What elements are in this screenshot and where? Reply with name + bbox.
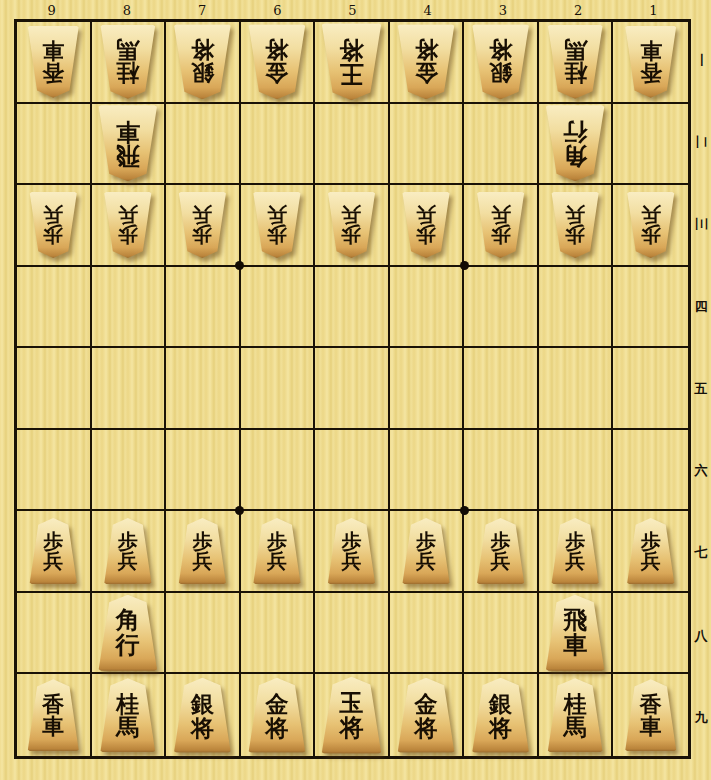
cell-5-1[interactable]: 王将 bbox=[315, 22, 390, 104]
koma-shape: 金将 bbox=[396, 24, 456, 99]
koma-kanji: 歩兵 bbox=[267, 531, 287, 572]
cell-3-5[interactable] bbox=[464, 348, 539, 430]
koma-kanji: 歩兵 bbox=[416, 531, 436, 572]
piece-gote-lance[interactable]: 香車 bbox=[624, 26, 678, 98]
file-label-2: 2 bbox=[541, 0, 616, 19]
koma-shape: 角行 bbox=[97, 595, 159, 671]
koma-kanji: 金将 bbox=[265, 38, 288, 85]
shogi-board-window: 987654321 一二三四五六七八九 香車桂馬銀将金将王将金将銀将桂馬香車飛車… bbox=[0, 0, 711, 780]
cell-7-5[interactable] bbox=[166, 348, 241, 430]
cell-9-8[interactable] bbox=[17, 593, 92, 675]
koma-kanji: 歩兵 bbox=[118, 204, 138, 245]
cell-5-6[interactable] bbox=[315, 430, 390, 512]
cell-8-6[interactable] bbox=[92, 430, 167, 512]
koma-kanji: 歩兵 bbox=[416, 204, 436, 245]
cell-3-9[interactable]: 銀将 bbox=[464, 674, 539, 756]
koma-shape: 金将 bbox=[396, 678, 456, 753]
cell-6-2[interactable] bbox=[241, 104, 316, 186]
koma-kanji: 歩兵 bbox=[341, 531, 361, 572]
file-label-9: 9 bbox=[14, 0, 89, 19]
koma-kanji: 歩兵 bbox=[267, 204, 287, 245]
piece-gote-pawn[interactable]: 歩兵 bbox=[476, 192, 526, 258]
cell-3-6[interactable] bbox=[464, 430, 539, 512]
rank-labels: 一二三四五六七八九 bbox=[691, 19, 711, 759]
cell-7-6[interactable] bbox=[166, 430, 241, 512]
koma-shape: 香車 bbox=[624, 679, 678, 751]
cell-6-3[interactable]: 歩兵 bbox=[241, 185, 316, 267]
koma-shape: 銀将 bbox=[471, 24, 531, 99]
file-label-1: 1 bbox=[616, 0, 691, 19]
cell-3-7[interactable]: 歩兵 bbox=[464, 511, 539, 593]
shogi-board: 香車桂馬銀将金将王将金将銀将桂馬香車飛車角行歩兵歩兵歩兵歩兵歩兵歩兵歩兵歩兵歩兵… bbox=[14, 19, 691, 759]
piece-gote-gold[interactable]: 金将 bbox=[396, 24, 456, 99]
piece-gote-gold[interactable]: 金将 bbox=[247, 24, 307, 99]
koma-shape: 銀将 bbox=[172, 678, 232, 753]
piece-sente-bishop[interactable]: 角行 bbox=[97, 595, 159, 671]
piece-gote-knight[interactable]: 桂馬 bbox=[546, 25, 604, 99]
koma-kanji: 歩兵 bbox=[192, 531, 212, 572]
piece-gote-silver[interactable]: 銀将 bbox=[471, 24, 531, 99]
piece-gote-pawn[interactable]: 歩兵 bbox=[550, 192, 600, 258]
koma-kanji: 歩兵 bbox=[43, 204, 63, 245]
koma-shape: 歩兵 bbox=[252, 192, 302, 258]
koma-shape: 銀将 bbox=[172, 24, 232, 99]
cell-1-7[interactable]: 歩兵 bbox=[613, 511, 688, 593]
koma-shape: 歩兵 bbox=[550, 192, 600, 258]
piece-gote-pawn[interactable]: 歩兵 bbox=[103, 192, 153, 258]
koma-kanji: 銀将 bbox=[191, 38, 214, 85]
koma-shape: 金将 bbox=[247, 678, 307, 753]
koma-kanji: 桂馬 bbox=[564, 38, 587, 85]
koma-kanji: 銀将 bbox=[489, 692, 512, 739]
koma-kanji: 歩兵 bbox=[491, 204, 511, 245]
file-label-7: 7 bbox=[164, 0, 239, 19]
cell-7-1[interactable]: 銀将 bbox=[166, 22, 241, 104]
koma-shape: 香車 bbox=[624, 26, 678, 98]
cell-2-5[interactable] bbox=[539, 348, 614, 430]
cell-4-3[interactable]: 歩兵 bbox=[390, 185, 465, 267]
cell-5-5[interactable] bbox=[315, 348, 390, 430]
hoshi-dot bbox=[460, 261, 469, 270]
cell-7-9[interactable]: 銀将 bbox=[166, 674, 241, 756]
koma-shape: 歩兵 bbox=[28, 518, 78, 584]
cell-5-4[interactable] bbox=[315, 267, 390, 349]
cell-8-5[interactable] bbox=[92, 348, 167, 430]
rank-label-6: 六 bbox=[691, 430, 711, 512]
piece-sente-silver[interactable]: 銀将 bbox=[172, 678, 232, 753]
cell-5-9[interactable]: 玉将 bbox=[315, 674, 390, 756]
piece-sente-pawn[interactable]: 歩兵 bbox=[252, 518, 302, 584]
koma-kanji: 角行 bbox=[563, 119, 587, 168]
koma-shape: 歩兵 bbox=[476, 192, 526, 258]
piece-gote-pawn[interactable]: 歩兵 bbox=[401, 192, 451, 258]
piece-gote-pawn[interactable]: 歩兵 bbox=[28, 192, 78, 258]
koma-shape: 歩兵 bbox=[103, 518, 153, 584]
piece-sente-gold[interactable]: 金将 bbox=[396, 678, 456, 753]
cell-1-9[interactable]: 香車 bbox=[613, 674, 688, 756]
cell-7-3[interactable]: 歩兵 bbox=[166, 185, 241, 267]
koma-shape: 歩兵 bbox=[326, 518, 376, 584]
koma-kanji: 歩兵 bbox=[641, 531, 661, 572]
koma-shape: 歩兵 bbox=[252, 518, 302, 584]
piece-gote-king[interactable]: 王将 bbox=[320, 23, 383, 100]
cell-6-6[interactable] bbox=[241, 430, 316, 512]
koma-kanji: 香車 bbox=[42, 39, 64, 84]
cell-7-2[interactable] bbox=[166, 104, 241, 186]
cell-8-2[interactable]: 飛車 bbox=[92, 104, 167, 186]
cell-2-6[interactable] bbox=[539, 430, 614, 512]
file-label-8: 8 bbox=[89, 0, 164, 19]
cell-1-1[interactable]: 香車 bbox=[613, 22, 688, 104]
cell-4-7[interactable]: 歩兵 bbox=[390, 511, 465, 593]
rank-label-5: 五 bbox=[691, 348, 711, 430]
cell-2-3[interactable]: 歩兵 bbox=[539, 185, 614, 267]
cell-1-5[interactable] bbox=[613, 348, 688, 430]
koma-kanji: 香車 bbox=[42, 693, 64, 738]
koma-kanji: 王将 bbox=[339, 37, 363, 86]
piece-sente-knight[interactable]: 桂馬 bbox=[546, 678, 604, 752]
piece-sente-pawn[interactable]: 歩兵 bbox=[103, 518, 153, 584]
cell-3-4[interactable] bbox=[464, 267, 539, 349]
koma-kanji: 飛車 bbox=[116, 119, 140, 168]
cell-1-4[interactable] bbox=[613, 267, 688, 349]
koma-shape: 香車 bbox=[26, 26, 80, 98]
koma-kanji: 金将 bbox=[415, 692, 438, 739]
cell-7-8[interactable] bbox=[166, 593, 241, 675]
koma-kanji: 香車 bbox=[640, 693, 662, 738]
koma-shape: 歩兵 bbox=[626, 518, 676, 584]
koma-shape: 歩兵 bbox=[476, 518, 526, 584]
cell-6-7[interactable]: 歩兵 bbox=[241, 511, 316, 593]
cell-3-8[interactable] bbox=[464, 593, 539, 675]
koma-kanji: 歩兵 bbox=[641, 204, 661, 245]
piece-sente-pawn[interactable]: 歩兵 bbox=[177, 518, 227, 584]
piece-sente-knight[interactable]: 桂馬 bbox=[99, 678, 157, 752]
cell-3-2[interactable] bbox=[464, 104, 539, 186]
koma-shape: 桂馬 bbox=[546, 678, 604, 752]
koma-kanji: 銀将 bbox=[191, 692, 214, 739]
piece-sente-lance[interactable]: 香車 bbox=[624, 679, 678, 751]
piece-gote-pawn[interactable]: 歩兵 bbox=[177, 192, 227, 258]
cell-9-1[interactable]: 香車 bbox=[17, 22, 92, 104]
rank-label-7: 七 bbox=[691, 512, 711, 594]
piece-gote-pawn[interactable]: 歩兵 bbox=[326, 192, 376, 258]
cell-9-4[interactable] bbox=[17, 267, 92, 349]
koma-shape: 歩兵 bbox=[550, 518, 600, 584]
cell-3-3[interactable]: 歩兵 bbox=[464, 185, 539, 267]
koma-kanji: 香車 bbox=[640, 39, 662, 84]
cell-4-4[interactable] bbox=[390, 267, 465, 349]
cell-9-6[interactable] bbox=[17, 430, 92, 512]
cell-1-8[interactable] bbox=[613, 593, 688, 675]
koma-shape: 王将 bbox=[320, 23, 383, 100]
hoshi-dot bbox=[460, 506, 469, 515]
koma-kanji: 歩兵 bbox=[565, 531, 585, 572]
cell-2-9[interactable]: 桂馬 bbox=[539, 674, 614, 756]
file-label-5: 5 bbox=[315, 0, 390, 19]
koma-shape: 歩兵 bbox=[626, 192, 676, 258]
koma-shape: 歩兵 bbox=[401, 192, 451, 258]
cell-6-5[interactable] bbox=[241, 348, 316, 430]
koma-kanji: 銀将 bbox=[489, 38, 512, 85]
file-label-4: 4 bbox=[390, 0, 465, 19]
cell-5-3[interactable]: 歩兵 bbox=[315, 185, 390, 267]
piece-sente-pawn[interactable]: 歩兵 bbox=[550, 518, 600, 584]
cell-9-7[interactable]: 歩兵 bbox=[17, 511, 92, 593]
cell-5-2[interactable] bbox=[315, 104, 390, 186]
cell-5-7[interactable]: 歩兵 bbox=[315, 511, 390, 593]
koma-shape: 角行 bbox=[544, 105, 606, 181]
cell-8-7[interactable]: 歩兵 bbox=[92, 511, 167, 593]
koma-kanji: 歩兵 bbox=[192, 204, 212, 245]
koma-kanji: 歩兵 bbox=[118, 531, 138, 572]
cell-8-4[interactable] bbox=[92, 267, 167, 349]
cell-2-4[interactable] bbox=[539, 267, 614, 349]
koma-kanji: 歩兵 bbox=[491, 531, 511, 572]
cell-3-1[interactable]: 銀将 bbox=[464, 22, 539, 104]
piece-sente-king[interactable]: 玉将 bbox=[320, 677, 383, 754]
piece-sente-pawn[interactable]: 歩兵 bbox=[476, 518, 526, 584]
cell-4-5[interactable] bbox=[390, 348, 465, 430]
cell-9-5[interactable] bbox=[17, 348, 92, 430]
koma-kanji: 桂馬 bbox=[116, 692, 139, 739]
file-labels: 987654321 bbox=[14, 0, 691, 19]
cell-7-4[interactable] bbox=[166, 267, 241, 349]
koma-kanji: 金将 bbox=[265, 692, 288, 739]
koma-kanji: 桂馬 bbox=[116, 38, 139, 85]
cell-1-6[interactable] bbox=[613, 430, 688, 512]
rank-label-9: 九 bbox=[691, 677, 711, 759]
koma-shape: 桂馬 bbox=[99, 25, 157, 99]
piece-sente-pawn[interactable]: 歩兵 bbox=[401, 518, 451, 584]
piece-sente-pawn[interactable]: 歩兵 bbox=[28, 518, 78, 584]
koma-kanji: 桂馬 bbox=[564, 692, 587, 739]
koma-kanji: 角行 bbox=[116, 608, 140, 657]
cell-2-2[interactable]: 角行 bbox=[539, 104, 614, 186]
koma-shape: 歩兵 bbox=[177, 518, 227, 584]
koma-kanji: 歩兵 bbox=[43, 531, 63, 572]
cell-1-3[interactable]: 歩兵 bbox=[613, 185, 688, 267]
cell-4-1[interactable]: 金将 bbox=[390, 22, 465, 104]
piece-sente-pawn[interactable]: 歩兵 bbox=[326, 518, 376, 584]
piece-gote-knight[interactable]: 桂馬 bbox=[99, 25, 157, 99]
koma-shape: 銀将 bbox=[471, 678, 531, 753]
cell-1-2[interactable] bbox=[613, 104, 688, 186]
koma-shape: 飛車 bbox=[97, 105, 159, 181]
cell-7-7[interactable]: 歩兵 bbox=[166, 511, 241, 593]
koma-shape: 玉将 bbox=[320, 677, 383, 754]
koma-kanji: 金将 bbox=[415, 38, 438, 85]
cell-9-9[interactable]: 香車 bbox=[17, 674, 92, 756]
piece-sente-silver[interactable]: 銀将 bbox=[471, 678, 531, 753]
cell-2-7[interactable]: 歩兵 bbox=[539, 511, 614, 593]
koma-kanji: 歩兵 bbox=[341, 204, 361, 245]
piece-sente-lance[interactable]: 香車 bbox=[26, 679, 80, 751]
cell-2-1[interactable]: 桂馬 bbox=[539, 22, 614, 104]
hoshi-dot bbox=[235, 261, 244, 270]
koma-shape: 歩兵 bbox=[103, 192, 153, 258]
cell-8-1[interactable]: 桂馬 bbox=[92, 22, 167, 104]
koma-kanji: 玉将 bbox=[339, 691, 363, 740]
hoshi-dot bbox=[235, 506, 244, 515]
koma-shape: 金将 bbox=[247, 24, 307, 99]
koma-shape: 桂馬 bbox=[546, 25, 604, 99]
koma-shape: 歩兵 bbox=[177, 192, 227, 258]
file-label-3: 3 bbox=[465, 0, 540, 19]
cell-8-3[interactable]: 歩兵 bbox=[92, 185, 167, 267]
piece-gote-pawn[interactable]: 歩兵 bbox=[626, 192, 676, 258]
cell-8-9[interactable]: 桂馬 bbox=[92, 674, 167, 756]
piece-gote-rook[interactable]: 飛車 bbox=[97, 105, 159, 181]
cell-2-8[interactable]: 飛車 bbox=[539, 593, 614, 675]
koma-shape: 飛車 bbox=[544, 595, 606, 671]
piece-gote-bishop[interactable]: 角行 bbox=[544, 105, 606, 181]
cell-6-9[interactable]: 金将 bbox=[241, 674, 316, 756]
cell-9-2[interactable] bbox=[17, 104, 92, 186]
cell-4-8[interactable] bbox=[390, 593, 465, 675]
cell-9-3[interactable]: 歩兵 bbox=[17, 185, 92, 267]
piece-sente-pawn[interactable]: 歩兵 bbox=[626, 518, 676, 584]
koma-kanji: 飛車 bbox=[563, 608, 587, 657]
koma-shape: 香車 bbox=[26, 679, 80, 751]
cell-5-8[interactable] bbox=[315, 593, 390, 675]
cell-6-8[interactable] bbox=[241, 593, 316, 675]
rank-label-4: 四 bbox=[691, 266, 711, 348]
piece-gote-silver[interactable]: 銀将 bbox=[172, 24, 232, 99]
koma-shape: 歩兵 bbox=[401, 518, 451, 584]
cell-4-6[interactable] bbox=[390, 430, 465, 512]
koma-shape: 歩兵 bbox=[28, 192, 78, 258]
piece-sente-gold[interactable]: 金将 bbox=[247, 678, 307, 753]
koma-kanji: 歩兵 bbox=[565, 204, 585, 245]
piece-gote-lance[interactable]: 香車 bbox=[26, 26, 80, 98]
cell-6-1[interactable]: 金将 bbox=[241, 22, 316, 104]
koma-shape: 歩兵 bbox=[326, 192, 376, 258]
koma-shape: 桂馬 bbox=[99, 678, 157, 752]
cell-6-4[interactable] bbox=[241, 267, 316, 349]
rank-label-8: 八 bbox=[691, 595, 711, 677]
cell-4-9[interactable]: 金将 bbox=[390, 674, 465, 756]
file-label-6: 6 bbox=[240, 0, 315, 19]
cell-4-2[interactable] bbox=[390, 104, 465, 186]
piece-sente-rook[interactable]: 飛車 bbox=[544, 595, 606, 671]
cell-8-8[interactable]: 角行 bbox=[92, 593, 167, 675]
piece-gote-pawn[interactable]: 歩兵 bbox=[252, 192, 302, 258]
